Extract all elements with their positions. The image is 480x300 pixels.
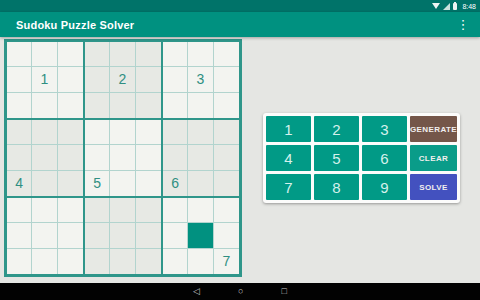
sudoku-cell-r3c4[interactable]: [85, 93, 110, 118]
sudoku-cell-r3c8[interactable]: [188, 93, 213, 118]
generate-button[interactable]: GENERATE: [410, 116, 457, 142]
sudoku-cell-r7c8[interactable]: [188, 198, 213, 223]
sudoku-box-1: 1: [6, 41, 84, 119]
sudoku-cell-r6c5[interactable]: [110, 171, 135, 196]
keypad-digit-2[interactable]: 2: [314, 116, 359, 142]
sudoku-cell-r8c2[interactable]: [32, 223, 57, 248]
sudoku-cell-r4c3[interactable]: [58, 120, 83, 145]
sudoku-cell-r5c9[interactable]: [214, 145, 239, 170]
sudoku-box-9: 7: [162, 197, 240, 275]
sudoku-cell-r3c2[interactable]: [32, 93, 57, 118]
sudoku-cell-r6c1[interactable]: 4: [7, 171, 32, 196]
sudoku-cell-r2c6[interactable]: [136, 67, 161, 92]
sudoku-cell-r9c2[interactable]: [32, 249, 57, 274]
sudoku-cell-r6c7[interactable]: 6: [163, 171, 188, 196]
wifi-icon: [432, 3, 440, 9]
sudoku-cell-r1c2[interactable]: [32, 42, 57, 67]
sudoku-cell-r7c2[interactable]: [32, 198, 57, 223]
home-icon[interactable]: ○: [238, 287, 243, 296]
sudoku-cell-r1c9[interactable]: [214, 42, 239, 67]
battery-icon: [453, 3, 457, 10]
sudoku-cell-r4c8[interactable]: [188, 120, 213, 145]
sudoku-cell-r9c3[interactable]: [58, 249, 83, 274]
sudoku-cell-r5c3[interactable]: [58, 145, 83, 170]
sudoku-cell-r2c1[interactable]: [7, 67, 32, 92]
sudoku-cell-r3c7[interactable]: [163, 93, 188, 118]
sudoku-cell-r3c9[interactable]: [214, 93, 239, 118]
sudoku-cell-r8c4[interactable]: [85, 223, 110, 248]
sudoku-cell-r8c1[interactable]: [7, 223, 32, 248]
sudoku-cell-r2c5[interactable]: 2: [110, 67, 135, 92]
sudoku-cell-r3c5[interactable]: [110, 93, 135, 118]
sudoku-cell-r7c5[interactable]: [110, 198, 135, 223]
sudoku-cell-r3c1[interactable]: [7, 93, 32, 118]
sudoku-cell-r2c9[interactable]: [214, 67, 239, 92]
sudoku-cell-r4c5[interactable]: [110, 120, 135, 145]
keypad-digit-4[interactable]: 4: [266, 145, 311, 171]
sudoku-cell-r4c1[interactable]: [7, 120, 32, 145]
sudoku-cell-r9c7[interactable]: [163, 249, 188, 274]
sudoku-cell-r2c8[interactable]: 3: [188, 67, 213, 92]
sudoku-cell-r5c6[interactable]: [136, 145, 161, 170]
sudoku-cell-r8c3[interactable]: [58, 223, 83, 248]
clear-button[interactable]: CLEAR: [410, 145, 457, 171]
sudoku-cell-r4c2[interactable]: [32, 120, 57, 145]
solve-button[interactable]: SOLVE: [410, 174, 457, 200]
app-bar: Sudoku Puzzle Solver ⋮: [0, 12, 480, 37]
sudoku-cell-r7c3[interactable]: [58, 198, 83, 223]
sudoku-cell-r3c6[interactable]: [136, 93, 161, 118]
sudoku-cell-r1c6[interactable]: [136, 42, 161, 67]
signal-icon: [443, 3, 450, 10]
sudoku-cell-r8c6[interactable]: [136, 223, 161, 248]
sudoku-cell-r5c4[interactable]: [85, 145, 110, 170]
sudoku-cell-r4c4[interactable]: [85, 120, 110, 145]
sudoku-cell-r6c6[interactable]: [136, 171, 161, 196]
sudoku-cell-r7c1[interactable]: [7, 198, 32, 223]
recents-icon[interactable]: □: [281, 287, 286, 296]
sudoku-cell-r9c5[interactable]: [110, 249, 135, 274]
sudoku-cell-r6c2[interactable]: [32, 171, 57, 196]
sudoku-cell-r6c8[interactable]: [188, 171, 213, 196]
sudoku-box-6: 6: [162, 119, 240, 197]
status-time: 8:48: [462, 3, 476, 10]
keypad-digit-3[interactable]: 3: [362, 116, 407, 142]
sudoku-cell-r2c4[interactable]: [85, 67, 110, 92]
sudoku-cell-r5c2[interactable]: [32, 145, 57, 170]
sudoku-cell-r5c8[interactable]: [188, 145, 213, 170]
sudoku-cell-r2c2[interactable]: 1: [32, 67, 57, 92]
sudoku-cell-r2c3[interactable]: [58, 67, 83, 92]
sudoku-cell-r4c7[interactable]: [163, 120, 188, 145]
sudoku-cell-r1c8[interactable]: [188, 42, 213, 67]
sudoku-cell-r6c3[interactable]: [58, 171, 83, 196]
sudoku-cell-r6c9[interactable]: [214, 171, 239, 196]
sudoku-cell-r9c9[interactable]: 7: [214, 249, 239, 274]
sudoku-cell-r6c4[interactable]: 5: [85, 171, 110, 196]
sudoku-cell-r1c7[interactable]: [163, 42, 188, 67]
sudoku-grid: 1234567: [4, 39, 242, 277]
navigation-bar: ◁ ○ □: [0, 283, 480, 300]
sudoku-cell-r5c7[interactable]: [163, 145, 188, 170]
sudoku-cell-r7c7[interactable]: [163, 198, 188, 223]
back-icon[interactable]: ◁: [193, 287, 200, 296]
sudoku-box-4: 4: [6, 119, 84, 197]
sudoku-cell-r8c9[interactable]: [214, 223, 239, 248]
sudoku-cell-r9c4[interactable]: [85, 249, 110, 274]
keypad-digit-9[interactable]: 9: [362, 174, 407, 200]
sudoku-box-3: 3: [162, 41, 240, 119]
keypad-digit-1[interactable]: 1: [266, 116, 311, 142]
keypad-digit-7[interactable]: 7: [266, 174, 311, 200]
keypad-digit-6[interactable]: 6: [362, 145, 407, 171]
sudoku-cell-r1c5[interactable]: [110, 42, 135, 67]
keypad-digit-8[interactable]: 8: [314, 174, 359, 200]
sudoku-cell-r4c6[interactable]: [136, 120, 161, 145]
sudoku-cell-r1c4[interactable]: [85, 42, 110, 67]
sudoku-box-8: [84, 197, 162, 275]
keypad-digit-5[interactable]: 5: [314, 145, 359, 171]
keypad-panel: 123GENERATE456CLEAR789SOLVE: [263, 113, 460, 203]
sudoku-box-5: 5: [84, 119, 162, 197]
sudoku-cell-r5c5[interactable]: [110, 145, 135, 170]
sudoku-cell-r7c6[interactable]: [136, 198, 161, 223]
sudoku-box-7: [6, 197, 84, 275]
sudoku-cell-r5c1[interactable]: [7, 145, 32, 170]
overflow-menu-icon[interactable]: ⋮: [456, 18, 470, 31]
sudoku-cell-r7c9[interactable]: [214, 198, 239, 223]
sudoku-cell-r9c8[interactable]: [188, 249, 213, 274]
sudoku-cell-r8c7[interactable]: [163, 223, 188, 248]
status-bar: 8:48: [0, 0, 480, 12]
sudoku-cell-r4c9[interactable]: [214, 120, 239, 145]
sudoku-cell-r7c4[interactable]: [85, 198, 110, 223]
sudoku-cell-r1c1[interactable]: [7, 42, 32, 67]
sudoku-cell-r9c1[interactable]: [7, 249, 32, 274]
sudoku-box-2: 2: [84, 41, 162, 119]
sudoku-cell-r1c3[interactable]: [58, 42, 83, 67]
sudoku-cell-r8c5[interactable]: [110, 223, 135, 248]
sudoku-cell-r9c6[interactable]: [136, 249, 161, 274]
page-title: Sudoku Puzzle Solver: [16, 19, 456, 31]
sudoku-cell-r8c8[interactable]: [188, 223, 213, 248]
sudoku-cell-r2c7[interactable]: [163, 67, 188, 92]
sudoku-cell-r3c3[interactable]: [58, 93, 83, 118]
